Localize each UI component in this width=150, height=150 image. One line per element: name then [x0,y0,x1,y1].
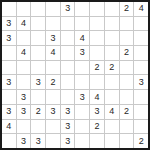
cell-r1c8[interactable] [105,2,119,16]
cell-r6c5[interactable] [61,75,75,89]
cell-r4c2[interactable]: 4 [17,46,31,60]
cell-r1c5[interactable]: 3 [61,2,75,16]
cell-r6c3[interactable]: 3 [31,75,45,89]
cell-r1c6[interactable] [75,2,89,16]
cell-r5c7[interactable]: 2 [90,61,104,75]
cell-r4c5[interactable] [61,46,75,60]
cell-r4c1[interactable] [2,46,16,60]
cell-r8c10[interactable] [134,105,148,119]
cell-r9c10[interactable] [134,120,148,134]
cell-r4c3[interactable] [31,46,45,60]
cell-r8c6[interactable] [75,105,89,119]
cell-r10c3[interactable]: 3 [31,134,45,148]
cell-r9c6[interactable] [75,120,89,134]
cell-r8c7[interactable]: 3 [90,105,104,119]
puzzle-board: 324343344432223323334332333424323332 [0,0,150,150]
cell-r1c4[interactable] [46,2,60,16]
cell-r4c10[interactable] [134,46,148,60]
cell-r9c8[interactable] [105,120,119,134]
cell-r5c6[interactable] [75,61,89,75]
cell-r8c9[interactable]: 2 [120,105,134,119]
cell-r8c2[interactable]: 3 [17,105,31,119]
cell-r10c6[interactable] [75,134,89,148]
cell-r5c3[interactable] [31,61,45,75]
cell-r2c4[interactable] [46,17,60,31]
cell-r3c6[interactable]: 4 [75,31,89,45]
cell-r8c5[interactable]: 3 [61,105,75,119]
cell-r7c8[interactable] [105,90,119,104]
cell-r6c2[interactable] [17,75,31,89]
cell-r5c9[interactable] [120,61,134,75]
cell-r7c1[interactable] [2,90,16,104]
cell-r10c4[interactable] [46,134,60,148]
cell-r1c9[interactable]: 2 [120,2,134,16]
cell-r2c1[interactable]: 3 [2,17,16,31]
cell-r1c1[interactable] [2,2,16,16]
cell-r3c10[interactable] [134,31,148,45]
cell-r8c4[interactable]: 3 [46,105,60,119]
cell-r10c2[interactable]: 3 [17,134,31,148]
cell-r2c8[interactable] [105,17,119,31]
cell-r9c2[interactable] [17,120,31,134]
cell-r7c4[interactable] [46,90,60,104]
cell-r4c9[interactable]: 2 [120,46,134,60]
cell-r7c3[interactable] [31,90,45,104]
cell-r7c6[interactable]: 3 [75,90,89,104]
cell-r10c7[interactable] [90,134,104,148]
cell-r6c7[interactable] [90,75,104,89]
cell-r8c8[interactable]: 4 [105,105,119,119]
cell-r10c9[interactable] [120,134,134,148]
cell-r6c10[interactable]: 3 [134,75,148,89]
cell-r6c6[interactable] [75,75,89,89]
cell-r4c8[interactable] [105,46,119,60]
cell-r8c3[interactable]: 2 [31,105,45,119]
cell-r3c5[interactable] [61,31,75,45]
cell-r6c8[interactable] [105,75,119,89]
cell-r7c2[interactable]: 3 [17,90,31,104]
cell-r2c5[interactable] [61,17,75,31]
cell-r10c10[interactable]: 2 [134,134,148,148]
cell-r8c1[interactable]: 3 [2,105,16,119]
cell-r4c4[interactable]: 4 [46,46,60,60]
cell-r5c10[interactable] [134,61,148,75]
cell-r3c2[interactable] [17,31,31,45]
cell-r5c2[interactable] [17,61,31,75]
cell-r2c3[interactable] [31,17,45,31]
cell-r6c9[interactable] [120,75,134,89]
cell-r3c8[interactable] [105,31,119,45]
cell-r7c9[interactable] [120,90,134,104]
cell-r10c5[interactable]: 3 [61,134,75,148]
cell-r4c7[interactable] [90,46,104,60]
cell-r2c9[interactable] [120,17,134,31]
cell-r6c4[interactable]: 2 [46,75,60,89]
cell-r1c7[interactable] [90,2,104,16]
cell-r5c8[interactable]: 2 [105,61,119,75]
cell-r3c1[interactable]: 3 [2,31,16,45]
cell-r10c1[interactable] [2,134,16,148]
cell-r9c5[interactable]: 3 [61,120,75,134]
cell-r7c10[interactable] [134,90,148,104]
cell-r5c5[interactable] [61,61,75,75]
cell-r10c8[interactable] [105,134,119,148]
cell-r7c7[interactable]: 4 [90,90,104,104]
cell-r5c4[interactable] [46,61,60,75]
cell-r9c1[interactable]: 4 [2,120,16,134]
cell-r2c6[interactable] [75,17,89,31]
cell-r2c7[interactable] [90,17,104,31]
cell-r3c4[interactable]: 3 [46,31,60,45]
cell-r2c10[interactable] [134,17,148,31]
cell-r9c4[interactable] [46,120,60,134]
cell-r7c5[interactable] [61,90,75,104]
cell-r3c9[interactable] [120,31,134,45]
cell-r1c2[interactable] [17,2,31,16]
cell-r1c10[interactable]: 4 [134,2,148,16]
cell-r3c7[interactable] [90,31,104,45]
cell-r1c3[interactable] [31,2,45,16]
cell-r9c3[interactable] [31,120,45,134]
cell-r6c1[interactable]: 3 [2,75,16,89]
cell-r2c2[interactable]: 4 [17,17,31,31]
cell-r5c1[interactable] [2,61,16,75]
cell-r4c6[interactable]: 3 [75,46,89,60]
cell-r9c7[interactable]: 2 [90,120,104,134]
cell-r9c9[interactable] [120,120,134,134]
cell-r3c3[interactable] [31,31,45,45]
